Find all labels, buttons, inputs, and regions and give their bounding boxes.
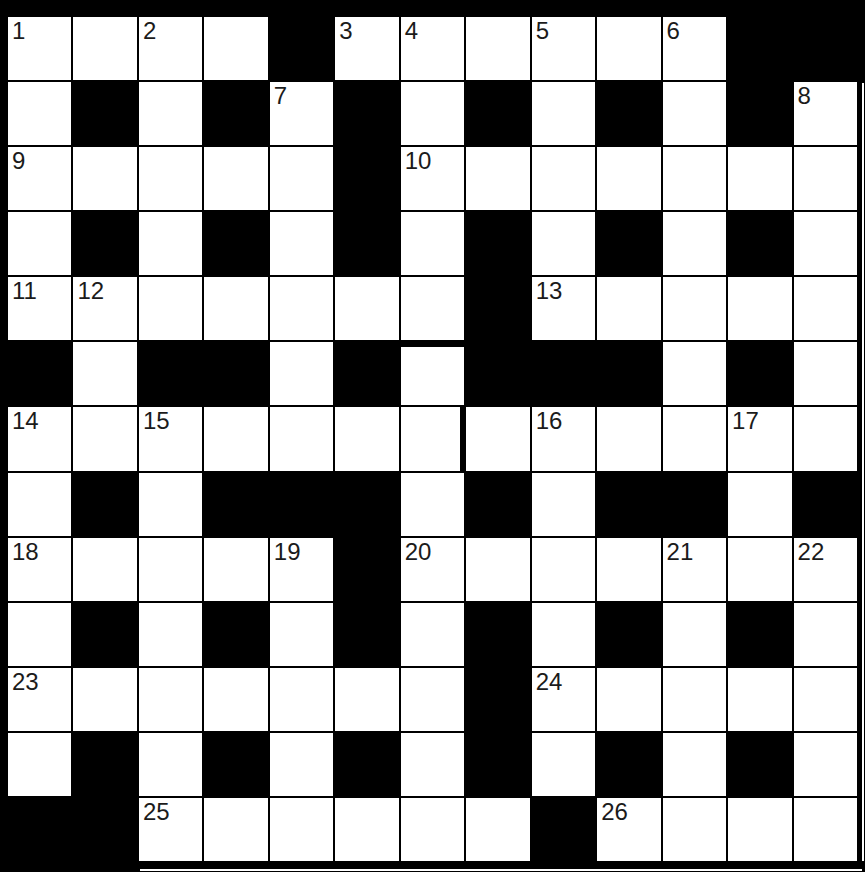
- cell-r4-c11[interactable]: [728, 277, 791, 340]
- clue-number-24: 24: [536, 669, 563, 694]
- cell-r5-c0-black: [8, 342, 71, 405]
- cell-r8-c1[interactable]: [73, 538, 136, 601]
- cell-r11-c3-black: [204, 733, 267, 796]
- crossword-screenshot-frame: 1234567891011121314151617181920212223242…: [0, 0, 865, 872]
- clue-number-7: 7: [274, 83, 287, 108]
- clue-number-18: 18: [12, 539, 39, 564]
- clue-number-4: 4: [405, 18, 418, 43]
- cell-r2-c8[interactable]: [532, 147, 595, 210]
- cell-r8-c2[interactable]: [139, 538, 202, 601]
- cell-r0-c5[interactable]: 3: [335, 17, 398, 80]
- cell-r8-c8[interactable]: [532, 538, 595, 601]
- cell-r12-c7[interactable]: [466, 798, 529, 861]
- cell-r7-c3-black: [204, 473, 267, 536]
- cell-r7-c1-black: [73, 473, 136, 536]
- cell-r11-c0[interactable]: [8, 733, 71, 796]
- clue-number-14: 14: [12, 408, 39, 433]
- cell-r5-c3-black: [204, 342, 267, 405]
- cell-r9-c6[interactable]: [401, 603, 464, 666]
- cell-r1-c6[interactable]: [401, 82, 464, 145]
- cell-r1-c12[interactable]: 8: [794, 82, 857, 145]
- clue-number-8: 8: [798, 83, 811, 108]
- cell-r10-c0[interactable]: 23: [8, 668, 71, 731]
- cell-r1-c8[interactable]: [532, 82, 595, 145]
- cell-r3-c1-black: [73, 212, 136, 275]
- cell-r2-c3[interactable]: [204, 147, 267, 210]
- clue-number-1: 1: [12, 18, 25, 43]
- cell-r10-c8[interactable]: 24: [532, 668, 595, 731]
- clue-number-16: 16: [536, 408, 563, 433]
- cell-r8-c4[interactable]: 19: [270, 538, 333, 601]
- cell-r4-c3[interactable]: [204, 277, 267, 340]
- cell-r5-c6[interactable]: [401, 342, 464, 405]
- cell-r4-c9[interactable]: [597, 277, 660, 340]
- clue-number-3: 3: [339, 18, 352, 43]
- cell-r12-c9[interactable]: 26: [597, 798, 660, 861]
- cell-r4-c2[interactable]: [139, 277, 202, 340]
- cell-r7-c7-black: [466, 473, 529, 536]
- cell-r7-c10-black: [663, 473, 726, 536]
- cell-r11-c9-black: [597, 733, 660, 796]
- cell-r6-c0[interactable]: 14: [8, 407, 71, 470]
- cell-r3-c11-black: [728, 212, 791, 275]
- cell-r6-c3[interactable]: [204, 407, 267, 470]
- cell-r10-c3[interactable]: [204, 668, 267, 731]
- cell-r8-c10[interactable]: 21: [663, 538, 726, 601]
- cell-r8-c3[interactable]: [204, 538, 267, 601]
- cell-r8-c9[interactable]: [597, 538, 660, 601]
- clue-number-17: 17: [732, 408, 759, 433]
- clue-number-22: 22: [798, 539, 825, 564]
- cell-r10-c10[interactable]: [663, 668, 726, 731]
- cell-r1-c11-black: [728, 82, 791, 145]
- cell-r9-c3-black: [204, 603, 267, 666]
- cell-r7-c11[interactable]: [728, 473, 791, 536]
- cell-r3-c3-black: [204, 212, 267, 275]
- cell-r6-c9[interactable]: [597, 407, 660, 470]
- cell-r4-c0[interactable]: 11: [8, 277, 71, 340]
- cell-r6-c12[interactable]: [794, 407, 857, 470]
- cell-r5-c4[interactable]: [270, 342, 333, 405]
- cell-r10-c2[interactable]: [139, 668, 202, 731]
- cell-r1-c0[interactable]: [8, 82, 71, 145]
- cell-r0-c7[interactable]: [466, 17, 529, 80]
- cell-r9-c0[interactable]: [8, 603, 71, 666]
- cell-r7-c4-black: [270, 473, 333, 536]
- cell-r0-c1[interactable]: [73, 17, 136, 80]
- cell-r5-c12[interactable]: [794, 342, 857, 405]
- cell-r7-c0[interactable]: [8, 473, 71, 536]
- cell-r6-c5[interactable]: [335, 407, 398, 470]
- cell-r3-c8[interactable]: [532, 212, 595, 275]
- cell-r7-c2[interactable]: [139, 473, 202, 536]
- cell-r6-c4[interactable]: [270, 407, 333, 470]
- cell-r8-c7[interactable]: [466, 538, 529, 601]
- cell-r0-c11-black: [728, 17, 791, 80]
- cell-r9-c10[interactable]: [663, 603, 726, 666]
- cell-r1-c1-black: [73, 82, 136, 145]
- clue-number-5: 5: [536, 18, 549, 43]
- cell-r11-c2[interactable]: [139, 733, 202, 796]
- cell-r0-c4-black: [270, 17, 333, 80]
- cell-r9-c9-black: [597, 603, 660, 666]
- cell-r6-c6[interactable]: [401, 407, 464, 470]
- clue-number-13: 13: [536, 278, 563, 303]
- cell-r0-c12-black: [794, 17, 857, 80]
- cell-r9-c4[interactable]: [270, 603, 333, 666]
- cell-r3-c2[interactable]: [139, 212, 202, 275]
- cell-r8-c11[interactable]: [728, 538, 791, 601]
- cell-r5-c7-black: [466, 342, 529, 405]
- cell-r9-c5-black: [335, 603, 398, 666]
- cell-r1-c3-black: [204, 82, 267, 145]
- cell-r1-c9-black: [597, 82, 660, 145]
- cell-r12-c2[interactable]: 25: [139, 798, 202, 861]
- cell-r12-c5[interactable]: [335, 798, 398, 861]
- cell-r11-c5-black: [335, 733, 398, 796]
- cell-r3-c4[interactable]: [270, 212, 333, 275]
- cell-r0-c9[interactable]: [597, 17, 660, 80]
- cell-r2-c5-black: [335, 147, 398, 210]
- clue-number-11: 11: [12, 278, 37, 303]
- cell-r10-c4[interactable]: [270, 668, 333, 731]
- cell-r6-c11[interactable]: 17: [728, 407, 791, 470]
- cell-r4-c7-black: [466, 277, 529, 340]
- cell-r6-c10[interactable]: [663, 407, 726, 470]
- cell-r5-c9-black: [597, 342, 660, 405]
- clue-number-15: 15: [143, 408, 170, 433]
- clue-number-20: 20: [405, 539, 432, 564]
- cell-r9-c11-black: [728, 603, 791, 666]
- cell-r2-c4[interactable]: [270, 147, 333, 210]
- cell-r8-c12[interactable]: 22: [794, 538, 857, 601]
- cell-r3-c10[interactable]: [663, 212, 726, 275]
- cell-r12-c0-black: [8, 798, 71, 861]
- cell-r10-c7-black: [466, 668, 529, 731]
- cell-r5-c8-black: [532, 342, 595, 405]
- cell-r8-c0[interactable]: 18: [8, 538, 71, 601]
- cell-r5-c10[interactable]: [663, 342, 726, 405]
- cell-r12-c4[interactable]: [270, 798, 333, 861]
- clue-number-23: 23: [12, 669, 39, 694]
- cell-r11-c10[interactable]: [663, 733, 726, 796]
- cell-r6-c1[interactable]: [73, 407, 136, 470]
- cell-r0-c10[interactable]: 6: [663, 17, 726, 80]
- cell-r3-c5-black: [335, 212, 398, 275]
- cell-r10-c11[interactable]: [728, 668, 791, 731]
- cell-r2-c7[interactable]: [466, 147, 529, 210]
- cell-r0-c6[interactable]: 4: [401, 17, 464, 80]
- cell-r3-c12[interactable]: [794, 212, 857, 275]
- cell-r8-c6[interactable]: 20: [401, 538, 464, 601]
- cell-r2-c1[interactable]: [73, 147, 136, 210]
- cell-r12-c1-black: [73, 798, 136, 861]
- cell-r0-c8[interactable]: 5: [532, 17, 595, 80]
- cell-r7-c8[interactable]: [532, 473, 595, 536]
- clue-number-9: 9: [12, 148, 25, 173]
- cell-r2-c12[interactable]: [794, 147, 857, 210]
- cell-r4-c5[interactable]: [335, 277, 398, 340]
- cell-r9-c1-black: [73, 603, 136, 666]
- crossword-grid: 1234567891011121314151617181920212223242…: [0, 0, 865, 872]
- cell-r11-c4[interactable]: [270, 733, 333, 796]
- cell-r2-c10[interactable]: [663, 147, 726, 210]
- cell-r2-c6[interactable]: 10: [401, 147, 464, 210]
- cell-r1-c10[interactable]: [663, 82, 726, 145]
- cell-r3-c7-black: [466, 212, 529, 275]
- cell-r8-c5-black: [335, 538, 398, 601]
- cell-r10-c5[interactable]: [335, 668, 398, 731]
- cell-r11-c6[interactable]: [401, 733, 464, 796]
- cell-r0-c0[interactable]: 1: [8, 17, 71, 80]
- cell-r2-c11[interactable]: [728, 147, 791, 210]
- cell-r9-c7-black: [466, 603, 529, 666]
- cell-r5-c5-black: [335, 342, 398, 405]
- cell-r3-c6[interactable]: [401, 212, 464, 275]
- cell-r1-c5-black: [335, 82, 398, 145]
- cell-r6-c8[interactable]: 16: [532, 407, 595, 470]
- clue-number-21: 21: [667, 539, 694, 564]
- cell-r12-c6[interactable]: [401, 798, 464, 861]
- cell-r4-c6[interactable]: [401, 277, 464, 340]
- cell-r11-c12[interactable]: [794, 733, 857, 796]
- bottom-edge-hairline: [140, 869, 862, 871]
- cell-r1-c4[interactable]: 7: [270, 82, 333, 145]
- cell-r4-c4[interactable]: [270, 277, 333, 340]
- clue-number-6: 6: [667, 18, 680, 43]
- clue-number-10: 10: [405, 148, 432, 173]
- cell-r10-c6[interactable]: [401, 668, 464, 731]
- cell-r10-c1[interactable]: [73, 668, 136, 731]
- cell-r3-c9-black: [597, 212, 660, 275]
- cell-r12-c11[interactable]: [728, 798, 791, 861]
- cell-r7-c12-black: [794, 473, 857, 536]
- cell-r11-c8[interactable]: [532, 733, 595, 796]
- cell-r11-c11-black: [728, 733, 791, 796]
- cell-r9-c12[interactable]: [794, 603, 857, 666]
- cell-r4-c10[interactable]: [663, 277, 726, 340]
- cell-r0-c2[interactable]: 2: [139, 17, 202, 80]
- cell-r11-c1-black: [73, 733, 136, 796]
- cell-r9-c8[interactable]: [532, 603, 595, 666]
- clue-number-26: 26: [601, 799, 628, 824]
- cell-r5-c11-black: [728, 342, 791, 405]
- clue-number-2: 2: [143, 18, 156, 43]
- cell-r0-c3[interactable]: [204, 17, 267, 80]
- cell-r11-c7-black: [466, 733, 529, 796]
- cell-r4-c12[interactable]: [794, 277, 857, 340]
- cell-r3-c0[interactable]: [8, 212, 71, 275]
- cell-r4-c1[interactable]: 12: [73, 277, 136, 340]
- cell-r2-c9[interactable]: [597, 147, 660, 210]
- cell-r6-c2[interactable]: 15: [139, 407, 202, 470]
- clue-number-19: 19: [274, 539, 301, 564]
- clue-number-12: 12: [77, 278, 104, 303]
- cell-r10-c12[interactable]: [794, 668, 857, 731]
- cell-r12-c10[interactable]: [663, 798, 726, 861]
- cell-r12-c12[interactable]: [794, 798, 857, 861]
- right-edge-hairline: [862, 83, 864, 861]
- cell-r12-c8-black: [532, 798, 595, 861]
- cell-r2-c0[interactable]: 9: [8, 147, 71, 210]
- cell-r7-c9-black: [597, 473, 660, 536]
- cell-r6-c7[interactable]: [466, 407, 529, 470]
- clue-number-25: 25: [143, 799, 170, 824]
- cell-r12-c3[interactable]: [204, 798, 267, 861]
- cell-r5-c2-black: [139, 342, 202, 405]
- cell-r1-c7-black: [466, 82, 529, 145]
- cell-r5-c1[interactable]: [73, 342, 136, 405]
- cell-r10-c9[interactable]: [597, 668, 660, 731]
- cell-r1-c2[interactable]: [139, 82, 202, 145]
- cell-r7-c6[interactable]: [401, 473, 464, 536]
- cell-r9-c2[interactable]: [139, 603, 202, 666]
- cell-r2-c2[interactable]: [139, 147, 202, 210]
- cell-r4-c8[interactable]: 13: [532, 277, 595, 340]
- cell-r7-c5-black: [335, 473, 398, 536]
